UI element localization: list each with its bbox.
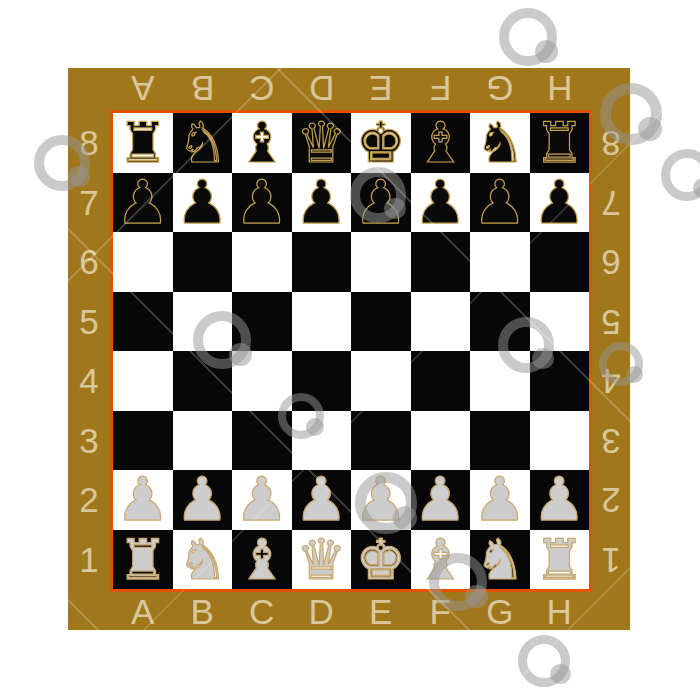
black-pawn: ♟ — [232, 173, 292, 233]
square-e3[interactable] — [351, 411, 411, 471]
square-f7[interactable]: ♟ — [411, 173, 471, 233]
square-g7[interactable]: ♟ — [470, 173, 530, 233]
square-c3[interactable] — [232, 411, 292, 471]
square-b8[interactable]: ♞ — [173, 113, 233, 173]
square-g1[interactable]: ♞ — [470, 530, 530, 590]
square-g2[interactable]: ♟ — [470, 470, 530, 530]
square-h1[interactable]: ♜ — [530, 530, 590, 590]
square-f8[interactable]: ♝ — [411, 113, 471, 173]
black-rook: ♜ — [530, 113, 590, 173]
square-b3[interactable] — [173, 411, 233, 471]
square-h5[interactable] — [530, 292, 590, 352]
square-h7[interactable]: ♟ — [530, 173, 590, 233]
square-e1[interactable]: ♚ — [351, 530, 411, 590]
square-c1[interactable]: ♝ — [232, 530, 292, 590]
square-h6[interactable] — [530, 232, 590, 292]
white-bishop: ♝ — [411, 530, 471, 590]
black-pawn: ♟ — [113, 173, 173, 233]
square-c6[interactable] — [232, 232, 292, 292]
square-a2[interactable]: ♟ — [113, 470, 173, 530]
square-b5[interactable] — [173, 292, 233, 352]
square-g5[interactable] — [470, 292, 530, 352]
square-a7[interactable]: ♟ — [113, 173, 173, 233]
black-pawn: ♟ — [411, 173, 471, 233]
square-d4[interactable] — [292, 351, 352, 411]
black-pawn: ♟ — [351, 173, 411, 233]
square-e2[interactable]: ♟ — [351, 470, 411, 530]
watermark-swirl-dot — [693, 178, 700, 198]
square-c7[interactable]: ♟ — [232, 173, 292, 233]
white-bishop: ♝ — [232, 530, 292, 590]
square-h8[interactable]: ♜ — [530, 113, 590, 173]
black-king: ♚ — [351, 113, 411, 173]
black-knight: ♞ — [470, 113, 530, 173]
square-d8[interactable]: ♛ — [292, 113, 352, 173]
watermark-swirl-icon — [661, 149, 700, 201]
square-f1[interactable]: ♝ — [411, 530, 471, 590]
square-g3[interactable] — [470, 411, 530, 471]
black-pawn: ♟ — [470, 173, 530, 233]
white-pawn: ♟ — [530, 470, 590, 530]
square-f4[interactable] — [411, 351, 471, 411]
square-e6[interactable] — [351, 232, 411, 292]
watermark-swirl-dot — [535, 40, 558, 63]
square-b7[interactable]: ♟ — [173, 173, 233, 233]
square-b1[interactable]: ♞ — [173, 530, 233, 590]
square-a5[interactable] — [113, 292, 173, 352]
square-e7[interactable]: ♟ — [351, 173, 411, 233]
square-c8[interactable]: ♝ — [232, 113, 292, 173]
square-f3[interactable] — [411, 411, 471, 471]
black-knight: ♞ — [173, 113, 233, 173]
white-queen: ♛ — [292, 530, 352, 590]
white-pawn: ♟ — [232, 470, 292, 530]
square-a3[interactable] — [113, 411, 173, 471]
black-rook: ♜ — [113, 113, 173, 173]
black-pawn: ♟ — [292, 173, 352, 233]
square-d2[interactable]: ♟ — [292, 470, 352, 530]
white-pawn: ♟ — [470, 470, 530, 530]
white-pawn: ♟ — [173, 470, 233, 530]
square-a6[interactable] — [113, 232, 173, 292]
square-d5[interactable] — [292, 292, 352, 352]
white-rook: ♜ — [113, 530, 173, 590]
white-knight: ♞ — [470, 530, 530, 590]
square-h4[interactable] — [530, 351, 590, 411]
square-d7[interactable]: ♟ — [292, 173, 352, 233]
square-g6[interactable] — [470, 232, 530, 292]
square-h2[interactable]: ♟ — [530, 470, 590, 530]
black-queen: ♛ — [292, 113, 352, 173]
white-pawn: ♟ — [351, 470, 411, 530]
black-pawn: ♟ — [530, 173, 590, 233]
white-pawn: ♟ — [411, 470, 471, 530]
square-e5[interactable] — [351, 292, 411, 352]
black-pawn: ♟ — [173, 173, 233, 233]
square-b4[interactable] — [173, 351, 233, 411]
square-e4[interactable] — [351, 351, 411, 411]
black-bishop: ♝ — [232, 113, 292, 173]
square-a1[interactable]: ♜ — [113, 530, 173, 590]
watermark-swirl-dot — [638, 117, 662, 141]
white-rook: ♜ — [530, 530, 590, 590]
chess-board: ♜♞♝♛♚♝♞♜♟♟♟♟♟♟♟♟♟♟♟♟♟♟♟♟♜♞♝♛♚♝♞♜ — [110, 110, 592, 592]
square-d6[interactable] — [292, 232, 352, 292]
watermark-swirl-icon — [518, 635, 570, 687]
white-knight: ♞ — [173, 530, 233, 590]
square-b6[interactable] — [173, 232, 233, 292]
square-c2[interactable]: ♟ — [232, 470, 292, 530]
watermark-swirl-icon — [499, 8, 557, 66]
square-c5[interactable] — [232, 292, 292, 352]
watermark-swirl-dot — [550, 664, 570, 684]
square-h3[interactable] — [530, 411, 590, 471]
square-g8[interactable]: ♞ — [470, 113, 530, 173]
square-d3[interactable] — [292, 411, 352, 471]
square-b2[interactable]: ♟ — [173, 470, 233, 530]
square-f5[interactable] — [411, 292, 471, 352]
square-g4[interactable] — [470, 351, 530, 411]
square-c4[interactable] — [232, 351, 292, 411]
square-a4[interactable] — [113, 351, 173, 411]
square-f2[interactable]: ♟ — [411, 470, 471, 530]
square-f6[interactable] — [411, 232, 471, 292]
white-king: ♚ — [351, 530, 411, 590]
square-e8[interactable]: ♚ — [351, 113, 411, 173]
black-bishop: ♝ — [411, 113, 471, 173]
square-a8[interactable]: ♜ — [113, 113, 173, 173]
square-d1[interactable]: ♛ — [292, 530, 352, 590]
white-pawn: ♟ — [113, 470, 173, 530]
white-pawn: ♟ — [292, 470, 352, 530]
